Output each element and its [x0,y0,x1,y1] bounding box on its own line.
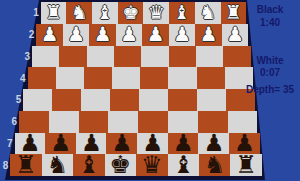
white-bishop-f1[interactable]: ♝ [96,3,113,22]
white-pawn-f2[interactable]: ♟ [94,25,112,45]
square-d4[interactable] [140,67,168,89]
rank-label-8: 8 [0,154,8,176]
square-f3[interactable] [87,46,114,68]
square-g2[interactable]: ♟ [63,24,90,46]
black-queen-d8[interactable]: ♛ [141,153,163,177]
square-f5[interactable] [81,89,110,111]
square-f4[interactable] [84,67,112,89]
square-h3[interactable] [32,46,59,68]
chess-app-window: ♜♞♝♚♛♝♞♜♟♟♟♟♟♟♟♟♟♟♟♟♟♟♟♟♜♞♝♚♛♝♞♜ 1234567… [0,0,300,181]
black-knight-b8[interactable]: ♞ [204,153,226,177]
square-e1[interactable]: ♚ [118,2,144,24]
black-clock-time: 1:40 [240,17,300,28]
square-e2[interactable]: ♟ [116,24,143,46]
white-knight-b1[interactable]: ♞ [199,3,216,22]
black-knight-g8[interactable]: ♞ [47,153,69,177]
rank-label-2: 2 [20,24,34,46]
board-row-rank-5 [23,89,255,111]
white-bishop-c1[interactable]: ♝ [173,3,190,22]
square-c3[interactable] [169,46,196,68]
square-f8[interactable]: ♝ [73,154,104,176]
square-h8[interactable]: ♜ [10,154,41,176]
square-h2[interactable]: ♟ [36,24,63,46]
white-pawn-h2[interactable]: ♟ [41,25,59,45]
square-b8[interactable]: ♞ [199,154,230,176]
square-c8[interactable]: ♝ [168,154,199,176]
rank-label-5: 5 [7,89,21,111]
board-row-rank-1: ♜♞♝♚♛♝♞♜ [41,2,246,24]
square-d2[interactable]: ♟ [142,24,169,46]
square-d8[interactable]: ♛ [136,154,167,176]
square-e3[interactable] [114,46,141,68]
rank-label-6: 6 [3,111,17,133]
white-pawn-b2[interactable]: ♟ [200,25,218,45]
square-c2[interactable]: ♟ [169,24,196,46]
white-queen-d1[interactable]: ♛ [148,3,165,22]
square-e8[interactable]: ♚ [105,154,136,176]
rank-label-7: 7 [0,133,13,155]
board-row-rank-3 [32,46,251,68]
square-f2[interactable]: ♟ [89,24,116,46]
square-h4[interactable] [28,67,56,89]
white-clock-time: 0:07 [240,67,300,78]
square-d1[interactable]: ♛ [143,2,169,24]
square-g5[interactable] [52,89,81,111]
square-g3[interactable] [59,46,86,68]
square-b4[interactable] [197,67,225,89]
square-b5[interactable] [197,89,226,111]
white-pawn-d2[interactable]: ♟ [147,25,165,45]
board-row-rank-4 [28,67,253,89]
square-h1[interactable]: ♜ [41,2,67,24]
square-f1[interactable]: ♝ [92,2,118,24]
square-g4[interactable] [56,67,84,89]
rank-label-4: 4 [12,67,26,89]
search-depth: Depth= 35 [240,84,300,95]
rank-label-1: 1 [25,2,39,24]
white-pawn-g2[interactable]: ♟ [67,25,85,45]
square-d5[interactable] [139,89,168,111]
white-pawn-c2[interactable]: ♟ [173,25,191,45]
black-bishop-c8[interactable]: ♝ [172,153,194,177]
white-pawn-e2[interactable]: ♟ [120,25,138,45]
square-c1[interactable]: ♝ [169,2,195,24]
white-knight-g1[interactable]: ♞ [71,3,88,22]
white-rook-h1[interactable]: ♜ [45,3,62,22]
square-b3[interactable] [196,46,223,68]
black-rook-h8[interactable]: ♜ [15,153,37,177]
black-bishop-f8[interactable]: ♝ [78,153,100,177]
square-c5[interactable] [168,89,197,111]
square-g1[interactable]: ♞ [66,2,92,24]
board-row-rank-2: ♟♟♟♟♟♟♟♟ [36,24,248,46]
white-clock-label: White [240,55,300,66]
square-g8[interactable]: ♞ [42,154,73,176]
square-e4[interactable] [112,67,140,89]
square-d3[interactable] [141,46,168,68]
square-b1[interactable]: ♞ [195,2,221,24]
square-e5[interactable] [110,89,139,111]
square-b2[interactable]: ♟ [195,24,222,46]
square-h5[interactable] [23,89,52,111]
board-row-rank-8: ♜♞♝♚♛♝♞♜ [10,154,262,176]
info-panel: Black 1:40 White 0:07 Depth= 35 [240,0,300,181]
rank-label-3: 3 [16,46,30,68]
white-king-e1[interactable]: ♚ [122,3,139,22]
black-clock-label: Black [240,4,300,15]
black-king-e8[interactable]: ♚ [109,153,131,177]
square-c4[interactable] [168,67,196,89]
